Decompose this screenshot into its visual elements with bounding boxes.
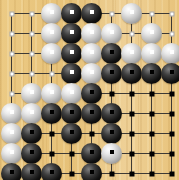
point-hh[interactable] bbox=[141, 143, 162, 164]
point-ba[interactable] bbox=[21, 3, 42, 24]
point-ag[interactable] bbox=[1, 123, 22, 144]
white-stone bbox=[1, 123, 22, 144]
point-ac[interactable] bbox=[1, 43, 22, 64]
point-cd[interactable] bbox=[41, 63, 62, 84]
black-stone bbox=[101, 43, 122, 64]
black-territory-mark bbox=[149, 131, 154, 136]
point-fh[interactable] bbox=[101, 143, 122, 164]
point-fc[interactable] bbox=[101, 43, 122, 64]
black-ownership-dot bbox=[70, 130, 74, 134]
point-bg[interactable] bbox=[21, 123, 42, 144]
point-df[interactable] bbox=[61, 103, 82, 124]
black-ownership-dot bbox=[150, 70, 154, 74]
black-stone bbox=[61, 43, 82, 64]
white-ownership-dot bbox=[150, 50, 154, 54]
white-territory-mark bbox=[109, 11, 114, 16]
white-stone bbox=[101, 143, 122, 164]
black-territory-mark bbox=[169, 111, 174, 116]
point-cb[interactable] bbox=[41, 23, 62, 44]
white-ownership-dot bbox=[90, 50, 94, 54]
point-gg[interactable] bbox=[121, 123, 142, 144]
black-territory-mark bbox=[169, 91, 174, 96]
point-da[interactable] bbox=[61, 3, 82, 24]
point-ff[interactable] bbox=[101, 103, 122, 124]
white-stone bbox=[61, 83, 82, 104]
point-eg[interactable] bbox=[81, 123, 102, 144]
white-stone bbox=[41, 3, 62, 24]
black-stone bbox=[21, 123, 42, 144]
white-ownership-dot bbox=[70, 70, 74, 74]
white-stone bbox=[21, 83, 42, 104]
point-ia[interactable] bbox=[161, 3, 179, 24]
point-af[interactable] bbox=[1, 103, 22, 124]
black-territory-mark bbox=[149, 91, 154, 96]
white-territory-mark bbox=[169, 11, 174, 16]
point-ee[interactable] bbox=[81, 83, 102, 104]
point-hd[interactable] bbox=[141, 63, 162, 84]
white-ownership-dot bbox=[130, 10, 134, 14]
point-dg[interactable] bbox=[61, 123, 82, 144]
point-ec[interactable] bbox=[81, 43, 102, 64]
point-ea[interactable] bbox=[81, 3, 102, 24]
black-stone bbox=[61, 3, 82, 24]
point-cf[interactable] bbox=[41, 103, 62, 124]
point-cc[interactable] bbox=[41, 43, 62, 64]
point-ed[interactable] bbox=[81, 63, 102, 84]
black-ownership-dot bbox=[30, 130, 34, 134]
white-ownership-dot bbox=[70, 50, 74, 54]
white-territory-mark bbox=[9, 71, 14, 76]
black-territory-mark bbox=[129, 131, 134, 136]
black-territory-mark bbox=[109, 91, 114, 96]
point-aa[interactable] bbox=[1, 3, 22, 24]
black-ownership-dot bbox=[110, 110, 114, 114]
point-cg[interactable] bbox=[41, 123, 62, 144]
black-territory-mark bbox=[89, 131, 94, 136]
point-be[interactable] bbox=[21, 83, 42, 104]
point-ii[interactable] bbox=[161, 163, 179, 180]
black-ownership-dot bbox=[170, 70, 174, 74]
black-ownership-dot bbox=[110, 50, 114, 54]
black-stone bbox=[121, 63, 142, 84]
point-ie[interactable] bbox=[161, 83, 179, 104]
point-dc[interactable] bbox=[61, 43, 82, 64]
white-ownership-dot bbox=[10, 130, 14, 134]
black-ownership-dot bbox=[50, 110, 54, 114]
black-stone bbox=[41, 163, 62, 180]
point-bc[interactable] bbox=[21, 43, 42, 64]
white-territory-mark bbox=[29, 31, 34, 36]
white-ownership-dot bbox=[90, 10, 94, 14]
point-ig[interactable] bbox=[161, 123, 179, 144]
white-territory-mark bbox=[29, 11, 34, 16]
point-bi[interactable] bbox=[21, 163, 42, 180]
point-ei[interactable] bbox=[81, 163, 102, 180]
point-ai[interactable] bbox=[1, 163, 22, 180]
black-stone bbox=[21, 143, 42, 164]
point-hf[interactable] bbox=[141, 103, 162, 124]
black-ownership-dot bbox=[90, 90, 94, 94]
white-stone bbox=[121, 3, 142, 24]
black-ownership-dot bbox=[30, 150, 34, 154]
black-ownership-dot bbox=[70, 110, 74, 114]
black-territory-mark bbox=[129, 151, 134, 156]
point-bf[interactable] bbox=[21, 103, 42, 124]
point-de[interactable] bbox=[61, 83, 82, 104]
white-territory-mark bbox=[29, 51, 34, 56]
white-stone bbox=[81, 63, 102, 84]
white-ownership-dot bbox=[70, 10, 74, 14]
black-ownership-dot bbox=[10, 170, 14, 174]
white-stone bbox=[121, 43, 142, 64]
black-territory-mark bbox=[49, 131, 54, 136]
white-ownership-dot bbox=[50, 30, 54, 34]
white-stone bbox=[21, 103, 42, 124]
go-board bbox=[0, 0, 179, 180]
point-ch[interactable] bbox=[41, 143, 62, 164]
point-hg[interactable] bbox=[141, 123, 162, 144]
black-stone bbox=[101, 123, 122, 144]
white-territory-mark bbox=[169, 31, 174, 36]
point-ae[interactable] bbox=[1, 83, 22, 104]
black-stone bbox=[101, 63, 122, 84]
black-territory-mark bbox=[49, 151, 54, 156]
black-stone bbox=[21, 163, 42, 180]
black-ownership-dot bbox=[90, 150, 94, 154]
point-ef[interactable] bbox=[81, 103, 102, 124]
white-ownership-dot bbox=[70, 90, 74, 94]
white-territory-mark bbox=[149, 11, 154, 16]
white-territory-mark bbox=[9, 51, 14, 56]
white-ownership-dot bbox=[50, 90, 54, 94]
black-territory-mark bbox=[149, 111, 154, 116]
point-db[interactable] bbox=[61, 23, 82, 44]
black-ownership-dot bbox=[110, 70, 114, 74]
point-hi[interactable] bbox=[141, 163, 162, 180]
point-fi[interactable] bbox=[101, 163, 122, 180]
black-stone bbox=[61, 63, 82, 84]
white-ownership-dot bbox=[70, 30, 74, 34]
white-ownership-dot bbox=[170, 50, 174, 54]
black-stone bbox=[61, 123, 82, 144]
point-fb[interactable] bbox=[101, 23, 122, 44]
white-territory-mark bbox=[9, 11, 14, 16]
point-ib[interactable] bbox=[161, 23, 179, 44]
point-gi[interactable] bbox=[121, 163, 142, 180]
point-ah[interactable] bbox=[1, 143, 22, 164]
black-territory-mark bbox=[169, 171, 174, 176]
black-ownership-dot bbox=[110, 150, 114, 154]
black-ownership-dot bbox=[130, 70, 134, 74]
point-di[interactable] bbox=[61, 163, 82, 180]
black-territory-mark bbox=[129, 111, 134, 116]
white-ownership-dot bbox=[90, 70, 94, 74]
black-territory-mark bbox=[69, 151, 74, 156]
black-stone bbox=[81, 143, 102, 164]
white-stone bbox=[1, 103, 22, 124]
point-he[interactable] bbox=[141, 83, 162, 104]
point-ce[interactable] bbox=[41, 83, 62, 104]
white-stone bbox=[141, 43, 162, 64]
point-gd[interactable] bbox=[121, 63, 142, 84]
black-ownership-dot bbox=[50, 170, 54, 174]
point-eh[interactable] bbox=[81, 143, 102, 164]
black-stone bbox=[81, 3, 102, 24]
point-dh[interactable] bbox=[61, 143, 82, 164]
point-hb[interactable] bbox=[141, 23, 162, 44]
white-stone bbox=[81, 23, 102, 44]
white-ownership-dot bbox=[30, 110, 34, 114]
black-stone bbox=[61, 103, 82, 124]
black-stone bbox=[81, 103, 102, 124]
white-stone bbox=[81, 43, 102, 64]
point-bh[interactable] bbox=[21, 143, 42, 164]
black-stone bbox=[61, 23, 82, 44]
white-stone bbox=[41, 83, 62, 104]
point-gh[interactable] bbox=[121, 143, 142, 164]
black-territory-mark bbox=[169, 151, 174, 156]
point-ab[interactable] bbox=[1, 23, 22, 44]
white-territory-mark bbox=[9, 31, 14, 36]
black-ownership-dot bbox=[110, 130, 114, 134]
point-gb[interactable] bbox=[121, 23, 142, 44]
point-ih[interactable] bbox=[161, 143, 179, 164]
white-stone bbox=[41, 43, 62, 64]
black-territory-mark bbox=[169, 131, 174, 136]
white-ownership-dot bbox=[90, 30, 94, 34]
black-ownership-dot bbox=[90, 110, 94, 114]
black-territory-mark bbox=[149, 151, 154, 156]
black-territory-mark bbox=[129, 171, 134, 176]
point-id[interactable] bbox=[161, 63, 179, 84]
point-ge[interactable] bbox=[121, 83, 142, 104]
point-ci[interactable] bbox=[41, 163, 62, 180]
black-territory-mark bbox=[69, 171, 74, 176]
black-ownership-dot bbox=[30, 170, 34, 174]
white-territory-mark bbox=[9, 91, 14, 96]
black-territory-mark bbox=[149, 171, 154, 176]
point-bb[interactable] bbox=[21, 23, 42, 44]
white-ownership-dot bbox=[30, 90, 34, 94]
white-ownership-dot bbox=[50, 50, 54, 54]
point-ic[interactable] bbox=[161, 43, 179, 64]
black-territory-mark bbox=[109, 171, 114, 176]
point-fd[interactable] bbox=[101, 63, 122, 84]
white-ownership-dot bbox=[10, 110, 14, 114]
screenshot-canvas bbox=[0, 0, 179, 180]
black-stone bbox=[101, 103, 122, 124]
point-ad[interactable] bbox=[1, 63, 22, 84]
white-stone bbox=[41, 23, 62, 44]
black-stone bbox=[161, 63, 179, 84]
black-ownership-dot bbox=[90, 170, 94, 174]
black-territory-mark bbox=[129, 91, 134, 96]
white-ownership-dot bbox=[50, 10, 54, 14]
point-dd[interactable] bbox=[61, 63, 82, 84]
white-ownership-dot bbox=[110, 30, 114, 34]
white-territory-mark bbox=[49, 71, 54, 76]
point-fa[interactable] bbox=[101, 3, 122, 24]
point-gf[interactable] bbox=[121, 103, 142, 124]
black-stone bbox=[141, 63, 162, 84]
point-gc[interactable] bbox=[121, 43, 142, 64]
white-territory-mark bbox=[129, 31, 134, 36]
point-ca[interactable] bbox=[41, 3, 62, 24]
point-fg[interactable] bbox=[101, 123, 122, 144]
point-ha[interactable] bbox=[141, 3, 162, 24]
point-eb[interactable] bbox=[81, 23, 102, 44]
point-ga[interactable] bbox=[121, 3, 142, 24]
white-stone bbox=[101, 23, 122, 44]
point-hc[interactable] bbox=[141, 43, 162, 64]
white-stone bbox=[141, 23, 162, 44]
black-stone bbox=[81, 163, 102, 180]
white-stone bbox=[1, 143, 22, 164]
white-ownership-dot bbox=[130, 50, 134, 54]
white-stone bbox=[161, 43, 179, 64]
black-stone bbox=[41, 103, 62, 124]
black-stone bbox=[1, 163, 22, 180]
point-bd[interactable] bbox=[21, 63, 42, 84]
white-territory-mark bbox=[29, 71, 34, 76]
black-stone bbox=[81, 83, 102, 104]
white-ownership-dot bbox=[150, 30, 154, 34]
point-if[interactable] bbox=[161, 103, 179, 124]
white-ownership-dot bbox=[10, 150, 14, 154]
point-fe[interactable] bbox=[101, 83, 122, 104]
